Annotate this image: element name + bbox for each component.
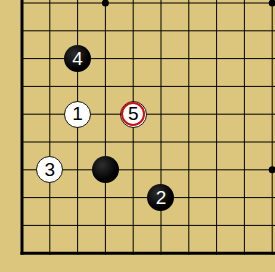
stone-white-3[interactable]: 3: [36, 156, 63, 183]
go-board[interactable]: 12345: [8, 0, 275, 267]
go-board-diagram: 12345: [0, 0, 275, 272]
move-number: 2: [156, 188, 167, 207]
stone-white-5-marked[interactable]: 5: [120, 101, 147, 128]
stone-black-hoshi[interactable]: [92, 156, 119, 183]
move-number: 1: [72, 104, 83, 123]
move-number: 5: [128, 104, 139, 123]
stone-white-1[interactable]: 1: [64, 101, 91, 128]
move-number: 4: [72, 49, 83, 68]
stone-black-4[interactable]: 4: [64, 45, 91, 72]
move-number: 3: [44, 160, 55, 179]
stone-black-2[interactable]: 2: [147, 184, 174, 211]
